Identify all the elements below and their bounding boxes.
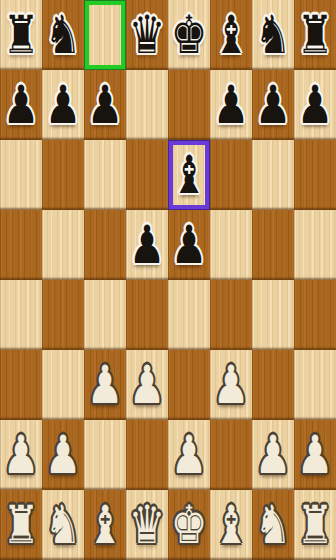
square-b6[interactable] — [42, 140, 84, 210]
square-g3[interactable] — [252, 350, 294, 420]
square-f8[interactable]: ♝ — [210, 0, 252, 70]
square-e5[interactable]: ♟ — [168, 210, 210, 280]
square-f5[interactable] — [210, 210, 252, 280]
white-pawn-icon[interactable]: ♟ — [255, 428, 292, 481]
white-bishop-icon[interactable]: ♝ — [213, 498, 250, 551]
black-knight-icon[interactable]: ♞ — [255, 8, 292, 61]
square-a7[interactable]: ♟ — [0, 70, 42, 140]
square-b4[interactable] — [42, 280, 84, 350]
black-queen-icon[interactable]: ♛ — [129, 8, 166, 61]
black-pawn-icon[interactable]: ♟ — [45, 78, 82, 131]
square-h8[interactable]: ♜ — [294, 0, 336, 70]
square-e8[interactable]: ♚ — [168, 0, 210, 70]
square-e7[interactable] — [168, 70, 210, 140]
square-a2[interactable]: ♟ — [0, 420, 42, 490]
square-h5[interactable] — [294, 210, 336, 280]
black-pawn-icon[interactable]: ♟ — [171, 218, 208, 271]
black-pawn-icon[interactable]: ♟ — [3, 78, 40, 131]
black-king-icon[interactable]: ♚ — [171, 8, 208, 61]
black-bishop-icon[interactable]: ♝ — [213, 8, 250, 61]
square-e4[interactable] — [168, 280, 210, 350]
white-pawn-icon[interactable]: ♟ — [213, 358, 250, 411]
white-pawn-icon[interactable]: ♟ — [3, 428, 40, 481]
square-f6[interactable] — [210, 140, 252, 210]
square-c4[interactable] — [84, 280, 126, 350]
square-c7[interactable]: ♟ — [84, 70, 126, 140]
square-g7[interactable]: ♟ — [252, 70, 294, 140]
chess-board: ♜♞♛♚♝♞♜♟♟♟♟♟♟♝♟♟♟♟♟♟♟♟♟♟♜♞♝♛♚♝♞♜ — [0, 0, 336, 560]
black-pawn-icon[interactable]: ♟ — [213, 78, 250, 131]
square-e6[interactable]: ♝ — [168, 140, 210, 210]
black-pawn-icon[interactable]: ♟ — [87, 78, 124, 131]
square-b5[interactable] — [42, 210, 84, 280]
square-h3[interactable] — [294, 350, 336, 420]
square-h2[interactable]: ♟ — [294, 420, 336, 490]
square-e1[interactable]: ♚ — [168, 490, 210, 560]
square-h1[interactable]: ♜ — [294, 490, 336, 560]
white-pawn-icon[interactable]: ♟ — [87, 358, 124, 411]
square-e2[interactable]: ♟ — [168, 420, 210, 490]
white-pawn-icon[interactable]: ♟ — [171, 428, 208, 481]
square-d6[interactable] — [126, 140, 168, 210]
white-pawn-icon[interactable]: ♟ — [297, 428, 334, 481]
square-a3[interactable] — [0, 350, 42, 420]
square-f3[interactable]: ♟ — [210, 350, 252, 420]
square-f4[interactable] — [210, 280, 252, 350]
square-f2[interactable] — [210, 420, 252, 490]
square-b8[interactable]: ♞ — [42, 0, 84, 70]
square-a1[interactable]: ♜ — [0, 490, 42, 560]
square-f1[interactable]: ♝ — [210, 490, 252, 560]
white-pawn-icon[interactable]: ♟ — [45, 428, 82, 481]
square-d4[interactable] — [126, 280, 168, 350]
square-c6[interactable] — [84, 140, 126, 210]
black-pawn-icon[interactable]: ♟ — [129, 218, 166, 271]
white-king-icon[interactable]: ♚ — [171, 498, 208, 551]
square-d2[interactable] — [126, 420, 168, 490]
square-c1[interactable]: ♝ — [84, 490, 126, 560]
square-f7[interactable]: ♟ — [210, 70, 252, 140]
black-pawn-icon[interactable]: ♟ — [255, 78, 292, 131]
square-a4[interactable] — [0, 280, 42, 350]
square-b3[interactable] — [42, 350, 84, 420]
square-a5[interactable] — [0, 210, 42, 280]
square-g8[interactable]: ♞ — [252, 0, 294, 70]
square-g4[interactable] — [252, 280, 294, 350]
square-e3[interactable] — [168, 350, 210, 420]
white-knight-icon[interactable]: ♞ — [255, 498, 292, 551]
square-d7[interactable] — [126, 70, 168, 140]
square-h4[interactable] — [294, 280, 336, 350]
square-c8[interactable] — [84, 0, 126, 70]
square-d8[interactable]: ♛ — [126, 0, 168, 70]
square-g6[interactable] — [252, 140, 294, 210]
white-rook-icon[interactable]: ♜ — [3, 498, 40, 551]
square-b1[interactable]: ♞ — [42, 490, 84, 560]
square-d3[interactable]: ♟ — [126, 350, 168, 420]
square-a6[interactable] — [0, 140, 42, 210]
square-g5[interactable] — [252, 210, 294, 280]
square-b7[interactable]: ♟ — [42, 70, 84, 140]
white-bishop-icon[interactable]: ♝ — [87, 498, 124, 551]
black-bishop-icon[interactable]: ♝ — [171, 148, 208, 201]
black-rook-icon[interactable]: ♜ — [3, 8, 40, 61]
square-c3[interactable]: ♟ — [84, 350, 126, 420]
white-pawn-icon[interactable]: ♟ — [129, 358, 166, 411]
black-rook-icon[interactable]: ♜ — [297, 8, 334, 61]
square-h6[interactable] — [294, 140, 336, 210]
square-d5[interactable]: ♟ — [126, 210, 168, 280]
white-queen-icon[interactable]: ♛ — [129, 498, 166, 551]
square-g2[interactable]: ♟ — [252, 420, 294, 490]
square-c5[interactable] — [84, 210, 126, 280]
square-d1[interactable]: ♛ — [126, 490, 168, 560]
square-c2[interactable] — [84, 420, 126, 490]
white-rook-icon[interactable]: ♜ — [297, 498, 334, 551]
black-knight-icon[interactable]: ♞ — [45, 8, 82, 61]
square-b2[interactable]: ♟ — [42, 420, 84, 490]
square-g1[interactable]: ♞ — [252, 490, 294, 560]
square-h7[interactable]: ♟ — [294, 70, 336, 140]
white-knight-icon[interactable]: ♞ — [45, 498, 82, 551]
black-pawn-icon[interactable]: ♟ — [297, 78, 334, 131]
square-a8[interactable]: ♜ — [0, 0, 42, 70]
